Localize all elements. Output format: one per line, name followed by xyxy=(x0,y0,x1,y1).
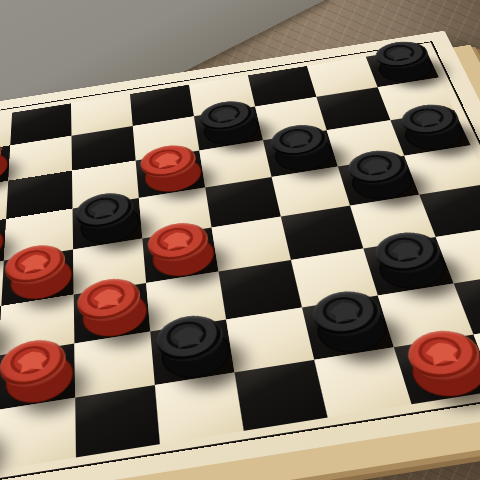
maple-leaf-carving-icon xyxy=(361,157,393,176)
checkers-board xyxy=(0,31,480,480)
maple-leaf-carving-icon xyxy=(414,110,445,128)
photo-stage xyxy=(0,0,480,480)
maple-leaf-carving-icon xyxy=(173,325,206,350)
board-square-r3c8[interactable] xyxy=(390,110,470,156)
maple-leaf-carving-icon xyxy=(328,300,364,325)
board-square-r6c5[interactable] xyxy=(219,260,302,320)
board-play-area xyxy=(0,47,480,480)
board-square-r8c3[interactable] xyxy=(75,385,160,457)
board-square-r8c7[interactable] xyxy=(394,335,480,405)
red-checker-r5c4[interactable] xyxy=(146,219,210,265)
maple-leaf-carving-icon xyxy=(93,287,123,310)
red-checker-r5c2[interactable] xyxy=(4,241,65,288)
board-square-r6c7[interactable] xyxy=(363,237,453,295)
maple-leaf-carving-icon xyxy=(213,107,240,124)
maple-leaf-carving-icon xyxy=(17,349,48,375)
board-square-r8c5[interactable] xyxy=(235,360,328,431)
maple-leaf-carving-icon xyxy=(20,253,48,275)
board-square-r8c4[interactable] xyxy=(155,372,244,444)
board-square-r5c5[interactable] xyxy=(212,217,291,272)
maple-leaf-carving-icon xyxy=(162,230,192,251)
black-checker-r4c3[interactable] xyxy=(75,189,134,232)
board-square-r8c2[interactable] xyxy=(0,398,76,471)
maple-leaf-carving-icon xyxy=(423,340,462,367)
red-checker-r3c4[interactable] xyxy=(139,142,198,182)
maple-leaf-carving-icon xyxy=(284,131,313,149)
board-square-r5c2[interactable] xyxy=(1,250,73,306)
maple-leaf-carving-icon xyxy=(154,151,181,169)
maple-leaf-carving-icon xyxy=(90,200,117,220)
maple-leaf-carving-icon xyxy=(387,46,415,61)
black-checker-r1c8[interactable] xyxy=(371,38,433,71)
board-square-r6c3[interactable] xyxy=(74,283,151,344)
maple-leaf-carving-icon xyxy=(389,240,424,262)
